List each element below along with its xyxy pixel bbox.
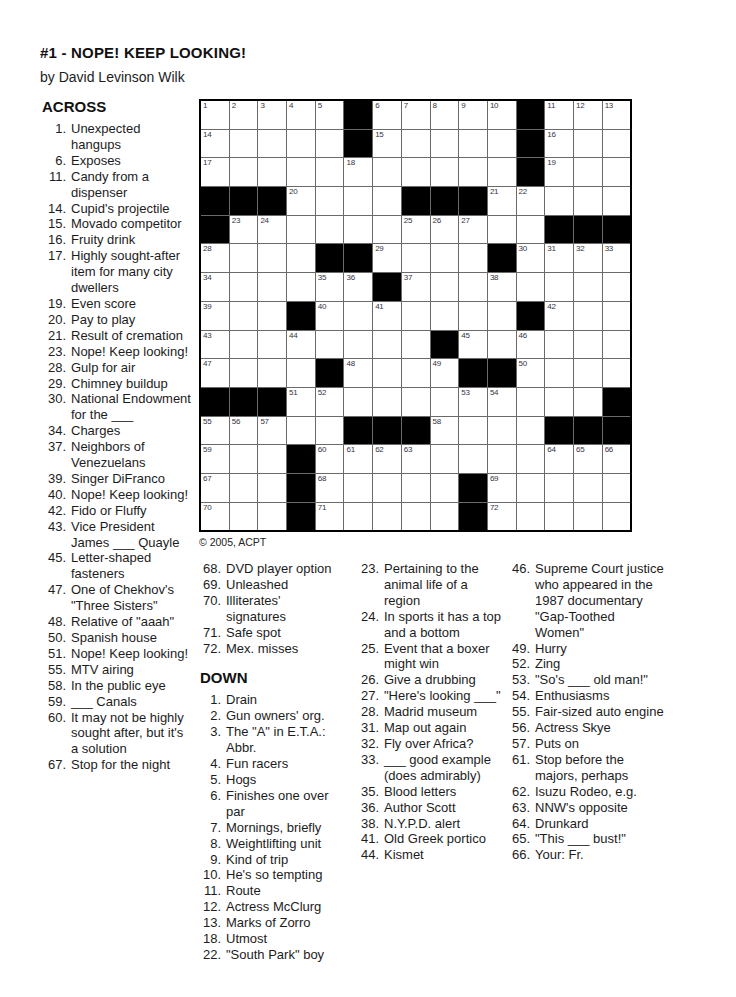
black-cell: [287, 302, 315, 330]
grid-cell[interactable]: [574, 187, 602, 215]
cell-number: 17: [203, 159, 212, 167]
grid-cell[interactable]: [316, 187, 344, 215]
clue-number: 6.: [200, 788, 221, 804]
clue-text: "This ___ bust!": [535, 831, 665, 847]
clue-text: Marks of Zorro: [226, 915, 336, 931]
clue-number: 7.: [200, 820, 221, 836]
grid-cell[interactable]: [373, 388, 401, 416]
grid-cell[interactable]: 48: [344, 359, 372, 387]
grid-cell[interactable]: [545, 359, 573, 387]
grid-cell[interactable]: 29: [373, 244, 401, 272]
grid-cell[interactable]: 20: [287, 187, 315, 215]
clue-text: DVD player option: [226, 561, 336, 577]
grid-cell[interactable]: [488, 331, 516, 359]
grid-cell[interactable]: [431, 503, 459, 531]
clue-text: Illiterates' signatures: [226, 593, 336, 625]
clue: 58.In the public eye: [40, 678, 193, 694]
grid-cell[interactable]: 1: [201, 101, 229, 129]
grid-cell[interactable]: 61: [344, 445, 372, 473]
grid-cell[interactable]: 17: [201, 158, 229, 186]
grid-cell[interactable]: 67: [201, 474, 229, 502]
cell-number: 1: [203, 102, 207, 110]
clue-text: Exposes: [71, 153, 193, 169]
black-cell: [258, 187, 286, 215]
clue-text: Safe spot: [226, 625, 336, 641]
clue-number: 62.: [508, 784, 530, 800]
grid-cell[interactable]: [230, 130, 258, 158]
clue-text: Nope! Keep looking!: [71, 646, 193, 662]
black-cell: [287, 445, 315, 473]
clue-text: Nope! Keep looking!: [71, 487, 193, 503]
grid-cell[interactable]: [574, 474, 602, 502]
grid-cell[interactable]: 9: [459, 101, 487, 129]
black-cell: [230, 187, 258, 215]
grid-cell[interactable]: [230, 474, 258, 502]
grid-cell[interactable]: [287, 359, 315, 387]
grid-cell[interactable]: [603, 474, 631, 502]
clue-number: 47.: [40, 582, 66, 598]
grid-cell[interactable]: [230, 244, 258, 272]
grid-cell[interactable]: 49: [431, 359, 459, 387]
grid-cell[interactable]: [545, 187, 573, 215]
clue-number: 19.: [40, 296, 66, 312]
grid-cell[interactable]: 23: [230, 216, 258, 244]
grid-cell[interactable]: 69: [488, 474, 516, 502]
clue-text: ___ good example (does admirably): [384, 752, 506, 784]
grid-cell[interactable]: [258, 130, 286, 158]
grid-cell[interactable]: [603, 273, 631, 301]
grid-cell[interactable]: 30: [517, 244, 545, 272]
grid-cell[interactable]: [344, 216, 372, 244]
grid-cell[interactable]: 19: [545, 158, 573, 186]
clue: 36.Author Scott: [355, 800, 506, 816]
grid-cell[interactable]: [316, 130, 344, 158]
grid-cell[interactable]: 60: [316, 445, 344, 473]
grid-cell[interactable]: 6: [373, 101, 401, 129]
grid-cell[interactable]: [258, 445, 286, 473]
clue: 48.Relative of "aaah": [40, 614, 193, 630]
clue-text: Result of cremation: [71, 328, 193, 344]
clue-text: Zing: [535, 656, 665, 672]
grid-cell[interactable]: [459, 273, 487, 301]
clue-text: Stop before the majors, perhaps: [535, 752, 665, 784]
clue-number: 11.: [200, 883, 221, 899]
grid-cell[interactable]: 8: [431, 101, 459, 129]
grid-cell[interactable]: 22: [517, 187, 545, 215]
down-clue-list: 1.Drain2.Gun owners' org.3.The "A" in E.…: [200, 692, 336, 962]
grid-cell[interactable]: [287, 417, 315, 445]
cell-number: 45: [461, 332, 470, 340]
clue: 46.Supreme Court justice who appeared in…: [508, 561, 665, 641]
grid-cell[interactable]: 42: [545, 302, 573, 330]
grid-cell[interactable]: [402, 359, 430, 387]
clue: 56.Actress Skye: [508, 720, 665, 736]
grid-cell[interactable]: [373, 503, 401, 531]
grid-cell[interactable]: 32: [574, 244, 602, 272]
grid-cell[interactable]: [373, 331, 401, 359]
grid-cell[interactable]: [517, 273, 545, 301]
grid-cell[interactable]: 71: [316, 503, 344, 531]
grid-cell[interactable]: 33: [603, 244, 631, 272]
grid-cell[interactable]: 13: [603, 101, 631, 129]
grid-cell[interactable]: [316, 331, 344, 359]
clue-text: Mex. misses: [226, 641, 336, 657]
black-cell: [402, 417, 430, 445]
grid-cell[interactable]: [258, 503, 286, 531]
clue-text: One of Chekhov's "Three Sisters": [71, 582, 193, 614]
grid-cell[interactable]: [258, 244, 286, 272]
grid-cell[interactable]: [373, 158, 401, 186]
grid-cell[interactable]: [344, 503, 372, 531]
grid-cell[interactable]: [603, 130, 631, 158]
clues-column-3: 23.Pertaining to the animal life of a re…: [355, 561, 506, 863]
grid-cell[interactable]: [287, 158, 315, 186]
grid-cell[interactable]: 21: [488, 187, 516, 215]
grid-cell[interactable]: [431, 302, 459, 330]
grid-cell[interactable]: 14: [201, 130, 229, 158]
clue-text: Even score: [71, 296, 193, 312]
grid-cell[interactable]: 18: [344, 158, 372, 186]
grid-cell[interactable]: 16: [545, 130, 573, 158]
clue-number: 23.: [355, 561, 379, 577]
clue: 6.Finishes one over par: [200, 788, 336, 820]
grid-cell[interactable]: 58: [431, 417, 459, 445]
clue-number: 3.: [200, 724, 221, 740]
grid-cell[interactable]: [230, 331, 258, 359]
cell-number: 8: [433, 102, 437, 110]
grid-cell[interactable]: [488, 158, 516, 186]
grid-cell[interactable]: 41: [373, 302, 401, 330]
clue: 43.Vice President James ___ Quayle: [40, 519, 193, 551]
clue-number: 33.: [355, 752, 379, 768]
grid-cell[interactable]: [459, 158, 487, 186]
grid-cell[interactable]: 2: [230, 101, 258, 129]
grid-cell[interactable]: [517, 445, 545, 473]
grid-cell[interactable]: [402, 474, 430, 502]
black-cell: [402, 187, 430, 215]
grid-cell[interactable]: 54: [488, 388, 516, 416]
grid-cell[interactable]: [517, 216, 545, 244]
grid-cell[interactable]: 45: [459, 331, 487, 359]
grid-cell[interactable]: [603, 503, 631, 531]
grid-cell[interactable]: [431, 388, 459, 416]
black-cell: [344, 417, 372, 445]
grid-cell[interactable]: [574, 130, 602, 158]
grid-cell[interactable]: [402, 503, 430, 531]
grid-cell[interactable]: [603, 187, 631, 215]
clue: 50.Spanish house: [40, 630, 193, 646]
clue: 8.Weightlifting unit: [200, 836, 336, 852]
grid-cell[interactable]: 46: [517, 331, 545, 359]
grid-cell[interactable]: 28: [201, 244, 229, 272]
grid-cell[interactable]: [603, 158, 631, 186]
clue-text: Enthusiasms: [535, 688, 665, 704]
crossword-grid[interactable]: 1234567891011121314151617181920212223242…: [199, 99, 632, 532]
grid-cell[interactable]: 36: [344, 273, 372, 301]
grid-cell[interactable]: [431, 130, 459, 158]
cell-number: 41: [375, 303, 384, 311]
grid-cell[interactable]: [402, 244, 430, 272]
clue: 14.Cupid's projectile: [40, 201, 193, 217]
clue: 19.Even score: [40, 296, 193, 312]
grid-cell[interactable]: 3: [258, 101, 286, 129]
grid-cell[interactable]: [545, 388, 573, 416]
grid-cell[interactable]: [545, 331, 573, 359]
grid-cell[interactable]: [258, 474, 286, 502]
grid-cell[interactable]: [287, 273, 315, 301]
grid-cell[interactable]: [344, 187, 372, 215]
grid-cell[interactable]: 7: [402, 101, 430, 129]
grid-cell[interactable]: 51: [287, 388, 315, 416]
grid-cell[interactable]: [287, 216, 315, 244]
clue-text: Cupid's projectile: [71, 201, 193, 217]
grid-cell[interactable]: 10: [488, 101, 516, 129]
grid-cell[interactable]: [258, 158, 286, 186]
clue: 22."South Park" boy: [200, 947, 336, 963]
clue-text: NNW's opposite: [535, 800, 665, 816]
grid-cell[interactable]: 43: [201, 331, 229, 359]
grid-cell[interactable]: [545, 503, 573, 531]
clue-number: 23.: [40, 344, 66, 360]
grid-cell[interactable]: [459, 130, 487, 158]
grid-cell[interactable]: [230, 273, 258, 301]
grid-cell[interactable]: [230, 158, 258, 186]
grid-cell[interactable]: [402, 388, 430, 416]
grid-cell[interactable]: [258, 331, 286, 359]
grid-cell[interactable]: [545, 273, 573, 301]
grid-cell[interactable]: [574, 503, 602, 531]
grid-cell[interactable]: 64: [545, 445, 573, 473]
grid-cell[interactable]: 62: [373, 445, 401, 473]
grid-cell[interactable]: 59: [201, 445, 229, 473]
clue-number: 50.: [40, 630, 66, 646]
clue-number: 37.: [40, 439, 66, 455]
clue: 27."Here's looking ___": [355, 688, 506, 704]
grid-cell[interactable]: [402, 331, 430, 359]
grid-cell[interactable]: 38: [488, 273, 516, 301]
grid-cell[interactable]: [316, 417, 344, 445]
grid-cell[interactable]: [316, 158, 344, 186]
grid-cell[interactable]: [431, 244, 459, 272]
grid-cell[interactable]: [488, 445, 516, 473]
clue-text: Author Scott: [384, 800, 506, 816]
grid-cell[interactable]: 4: [287, 101, 315, 129]
clue-text: "So's ___ old man!": [535, 672, 665, 688]
grid-cell[interactable]: [459, 417, 487, 445]
clue-number: 57.: [508, 736, 530, 752]
cell-number: 61: [346, 446, 355, 454]
grid-cell[interactable]: [488, 302, 516, 330]
grid-cell[interactable]: [402, 302, 430, 330]
grid-cell[interactable]: [459, 302, 487, 330]
clue-number: 67.: [40, 757, 66, 773]
grid-cell[interactable]: [574, 302, 602, 330]
clue-text: Event that a boxer might win: [384, 641, 506, 673]
grid-cell[interactable]: [373, 216, 401, 244]
black-cell: [344, 244, 372, 272]
clue-number: 18.: [200, 931, 221, 947]
grid-cell[interactable]: 50: [517, 359, 545, 387]
grid-cell[interactable]: 11: [545, 101, 573, 129]
clue-number: 64.: [508, 816, 530, 832]
grid-cell[interactable]: [517, 503, 545, 531]
grid-cell[interactable]: [373, 187, 401, 215]
clue: 62.Isuzu Rodeo, e.g.: [508, 784, 665, 800]
grid-cell[interactable]: 26: [431, 216, 459, 244]
puzzle-byline: by David Levinson Wilk: [40, 69, 185, 85]
grid-cell[interactable]: [603, 331, 631, 359]
grid-cell[interactable]: [517, 388, 545, 416]
grid-cell[interactable]: [574, 388, 602, 416]
grid-cell[interactable]: [230, 445, 258, 473]
cell-number: 9: [461, 102, 465, 110]
grid-cell[interactable]: 53: [459, 388, 487, 416]
clue-number: 70.: [200, 593, 221, 609]
grid-cell[interactable]: [431, 474, 459, 502]
grid-cell[interactable]: [488, 417, 516, 445]
grid-cell[interactable]: 55: [201, 417, 229, 445]
clue-number: 14.: [40, 201, 66, 217]
grid-cell[interactable]: [258, 273, 286, 301]
grid-cell[interactable]: [344, 331, 372, 359]
grid-cell[interactable]: [488, 216, 516, 244]
clue-text: Utmost: [226, 931, 336, 947]
grid-cell[interactable]: [603, 359, 631, 387]
clue-number: 26.: [355, 672, 379, 688]
clue: 55.Fair-sized auto engine: [508, 704, 665, 720]
clue: 44.Kismet: [355, 847, 506, 863]
grid-cell[interactable]: [431, 445, 459, 473]
clue: 40.Nope! Keep looking!: [40, 487, 193, 503]
clue-text: Gun owners' org.: [226, 708, 336, 724]
grid-cell[interactable]: [402, 158, 430, 186]
clue: 69.Unleashed: [200, 577, 336, 593]
grid-cell[interactable]: [373, 474, 401, 502]
grid-cell[interactable]: 31: [545, 244, 573, 272]
clue-number: 2.: [200, 708, 221, 724]
black-cell: [258, 388, 286, 416]
grid-cell[interactable]: [230, 302, 258, 330]
grid-cell[interactable]: 37: [402, 273, 430, 301]
clue-number: 10.: [200, 867, 221, 883]
grid-cell[interactable]: [574, 331, 602, 359]
grid-cell[interactable]: [230, 503, 258, 531]
grid-cell[interactable]: 68: [316, 474, 344, 502]
grid-cell[interactable]: 5: [316, 101, 344, 129]
grid-cell[interactable]: [459, 445, 487, 473]
grid-cell[interactable]: [574, 158, 602, 186]
cell-number: 60: [318, 446, 327, 454]
grid-cell[interactable]: 24: [258, 216, 286, 244]
grid-cell[interactable]: [459, 244, 487, 272]
black-cell: [574, 417, 602, 445]
grid-cell[interactable]: [373, 359, 401, 387]
black-cell: [517, 158, 545, 186]
clue: 71.Safe spot: [200, 625, 336, 641]
clue-number: 42.: [40, 503, 66, 519]
grid-cell[interactable]: [316, 216, 344, 244]
clue-text: Pertaining to the animal life of a regio…: [384, 561, 506, 609]
black-cell: [287, 503, 315, 531]
grid-cell[interactable]: [287, 244, 315, 272]
down-clue-list-continued-2: 46.Supreme Court justice who appeared in…: [508, 561, 665, 863]
clue-text: Charges: [71, 423, 193, 439]
grid-cell[interactable]: 15: [373, 130, 401, 158]
grid-cell[interactable]: 65: [574, 445, 602, 473]
grid-cell[interactable]: [603, 302, 631, 330]
grid-cell[interactable]: [402, 130, 430, 158]
grid-cell[interactable]: 47: [201, 359, 229, 387]
grid-cell[interactable]: 44: [287, 331, 315, 359]
clue: 66.Your: Fr.: [508, 847, 665, 863]
grid-cell[interactable]: 12: [574, 101, 602, 129]
grid-cell[interactable]: [258, 359, 286, 387]
clue-number: 32.: [355, 736, 379, 752]
grid-cell[interactable]: 52: [316, 388, 344, 416]
grid-cell[interactable]: 57: [258, 417, 286, 445]
clue-number: 61.: [508, 752, 530, 768]
clue-number: 6.: [40, 153, 66, 169]
grid-cell[interactable]: [258, 302, 286, 330]
grid-cell[interactable]: [344, 388, 372, 416]
grid-cell[interactable]: [517, 417, 545, 445]
grid-cell[interactable]: 56: [230, 417, 258, 445]
clue-text: Chimney buildup: [71, 376, 193, 392]
grid-cell[interactable]: [431, 158, 459, 186]
cell-number: 68: [318, 475, 327, 483]
clue-text: Give a drubbing: [384, 672, 506, 688]
grid-cell[interactable]: 72: [488, 503, 516, 531]
grid-cell[interactable]: [488, 130, 516, 158]
clue-text: Actress Skye: [535, 720, 665, 736]
grid-cell[interactable]: [344, 302, 372, 330]
grid-cell[interactable]: 35: [316, 273, 344, 301]
clue: 37.Neighbors of Venezuelans: [40, 439, 193, 471]
cell-number: 46: [519, 332, 528, 340]
clue: 65."This ___ bust!": [508, 831, 665, 847]
grid-cell[interactable]: [545, 474, 573, 502]
clue-text: He's so tempting: [226, 867, 336, 883]
cell-number: 22: [519, 188, 528, 196]
clue: 54.Enthusiasms: [508, 688, 665, 704]
grid-cell[interactable]: [431, 273, 459, 301]
grid-cell[interactable]: [574, 359, 602, 387]
grid-cell[interactable]: 34: [201, 273, 229, 301]
grid-cell[interactable]: [574, 273, 602, 301]
clue: 11.Route: [200, 883, 336, 899]
clue-number: 28.: [355, 704, 379, 720]
grid-cell[interactable]: [517, 474, 545, 502]
grid-cell[interactable]: 25: [402, 216, 430, 244]
black-cell: [201, 187, 229, 215]
grid-cell[interactable]: 27: [459, 216, 487, 244]
grid-cell[interactable]: 39: [201, 302, 229, 330]
cell-number: 12: [576, 102, 585, 110]
black-cell: [459, 503, 487, 531]
grid-cell[interactable]: 40: [316, 302, 344, 330]
clue-number: 65.: [508, 831, 530, 847]
grid-cell[interactable]: 63: [402, 445, 430, 473]
grid-cell[interactable]: [344, 474, 372, 502]
clue-number: 48.: [40, 614, 66, 630]
cell-number: 63: [404, 446, 413, 454]
grid-cell[interactable]: 70: [201, 503, 229, 531]
grid-cell[interactable]: [287, 130, 315, 158]
grid-cell[interactable]: [230, 359, 258, 387]
cell-number: 25: [404, 217, 413, 225]
grid-cell[interactable]: 66: [603, 445, 631, 473]
clue: 30.National Endowment for the ___: [40, 391, 193, 423]
